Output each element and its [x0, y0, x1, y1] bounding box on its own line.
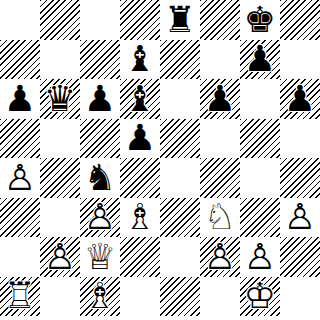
square-a3[interactable]: [0, 198, 40, 238]
square-b8[interactable]: [40, 0, 80, 40]
black-knight-c4: ♞: [80, 158, 120, 198]
white-king-g1: ♚♔: [240, 277, 280, 317]
square-b4[interactable]: [40, 158, 80, 198]
square-e2[interactable]: [160, 237, 200, 277]
square-b7[interactable]: [40, 40, 80, 80]
square-b3[interactable]: [40, 198, 80, 238]
white-knight-f3: ♞♘: [200, 198, 240, 238]
square-h7[interactable]: [280, 40, 320, 80]
black-queen-b6: ♛: [40, 79, 80, 119]
square-b1[interactable]: [40, 277, 80, 317]
square-h6[interactable]: ♟: [280, 79, 320, 119]
square-d3[interactable]: ♝♗: [120, 198, 160, 238]
black-pawn-a6: ♟: [0, 79, 40, 119]
white-bishop-c1: ♝♗: [80, 277, 120, 317]
square-f8[interactable]: [200, 0, 240, 40]
square-d1[interactable]: [120, 277, 160, 317]
square-a6[interactable]: ♟: [0, 79, 40, 119]
square-f7[interactable]: [200, 40, 240, 80]
square-g1[interactable]: ♚♔: [240, 277, 280, 317]
square-e3[interactable]: [160, 198, 200, 238]
square-b2[interactable]: ♟♙: [40, 237, 80, 277]
white-bishop-d3: ♝♗: [120, 198, 160, 238]
square-a2[interactable]: [0, 237, 40, 277]
square-h2[interactable]: [280, 237, 320, 277]
square-h3[interactable]: ♟♙: [280, 198, 320, 238]
square-c3[interactable]: ♟♙: [80, 198, 120, 238]
square-d5[interactable]: ♟: [120, 119, 160, 159]
white-pawn-f2: ♟♙: [200, 237, 240, 277]
square-f4[interactable]: [200, 158, 240, 198]
square-g8[interactable]: ♚: [240, 0, 280, 40]
square-f1[interactable]: [200, 277, 240, 317]
square-e8[interactable]: ♜: [160, 0, 200, 40]
square-d6[interactable]: ♝: [120, 79, 160, 119]
white-pawn-g2: ♟♙: [240, 237, 280, 277]
square-c1[interactable]: ♝♗: [80, 277, 120, 317]
white-pawn-a4: ♟♙: [0, 158, 40, 198]
square-e4[interactable]: [160, 158, 200, 198]
white-pawn-c3: ♟♙: [80, 198, 120, 238]
board-bottom-margin: [0, 316, 320, 320]
black-pawn-h6: ♟: [280, 79, 320, 119]
white-queen-c2: ♛♕: [80, 237, 120, 277]
black-pawn-c6: ♟: [80, 79, 120, 119]
square-h5[interactable]: [280, 119, 320, 159]
square-d8[interactable]: [120, 0, 160, 40]
black-pawn-g7: ♟: [240, 40, 280, 80]
black-rook-e8: ♜: [160, 0, 200, 40]
black-pawn-f6: ♟: [200, 79, 240, 119]
square-a7[interactable]: [0, 40, 40, 80]
square-g4[interactable]: [240, 158, 280, 198]
square-b5[interactable]: [40, 119, 80, 159]
square-a4[interactable]: ♟♙: [0, 158, 40, 198]
square-a8[interactable]: [0, 0, 40, 40]
square-d4[interactable]: [120, 158, 160, 198]
square-d7[interactable]: ♝: [120, 40, 160, 80]
square-h4[interactable]: [280, 158, 320, 198]
chess-board: ♜♚♝♟♟♛♟♝♟♟♟♟♙♞♟♙♝♗♞♘♟♙♟♙♛♕♟♙♟♙♜♖♝♗♚♔: [0, 0, 320, 316]
square-e6[interactable]: [160, 79, 200, 119]
square-c6[interactable]: ♟: [80, 79, 120, 119]
black-king-g8: ♚: [240, 0, 280, 40]
white-pawn-b2: ♟♙: [40, 237, 80, 277]
square-e1[interactable]: [160, 277, 200, 317]
square-c7[interactable]: [80, 40, 120, 80]
square-e7[interactable]: [160, 40, 200, 80]
square-g5[interactable]: [240, 119, 280, 159]
square-a1[interactable]: ♜♖: [0, 277, 40, 317]
black-bishop-d6: ♝: [120, 79, 160, 119]
square-g7[interactable]: ♟: [240, 40, 280, 80]
white-rook-a1: ♜♖: [0, 277, 40, 317]
black-bishop-d7: ♝: [120, 40, 160, 80]
square-f3[interactable]: ♞♘: [200, 198, 240, 238]
square-f2[interactable]: ♟♙: [200, 237, 240, 277]
square-c5[interactable]: [80, 119, 120, 159]
square-b6[interactable]: ♛: [40, 79, 80, 119]
black-pawn-d5: ♟: [120, 119, 160, 159]
square-h8[interactable]: [280, 0, 320, 40]
square-g3[interactable]: [240, 198, 280, 238]
square-f6[interactable]: ♟: [200, 79, 240, 119]
square-c2[interactable]: ♛♕: [80, 237, 120, 277]
square-h1[interactable]: [280, 277, 320, 317]
square-g2[interactable]: ♟♙: [240, 237, 280, 277]
white-pawn-h3: ♟♙: [280, 198, 320, 238]
square-d2[interactable]: [120, 237, 160, 277]
square-f5[interactable]: [200, 119, 240, 159]
square-a5[interactable]: [0, 119, 40, 159]
square-c8[interactable]: [80, 0, 120, 40]
square-g6[interactable]: [240, 79, 280, 119]
square-c4[interactable]: ♞: [80, 158, 120, 198]
square-e5[interactable]: [160, 119, 200, 159]
